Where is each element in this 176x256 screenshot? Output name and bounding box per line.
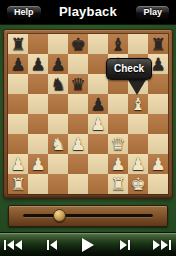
square-d8: ♚ <box>68 34 88 54</box>
square-b8 <box>28 34 48 54</box>
square-c6: ♞ <box>48 74 68 94</box>
square-d3: ♟ <box>68 134 88 154</box>
black-rook-h8: ♜ <box>150 34 165 54</box>
square-e1 <box>88 174 108 194</box>
square-h4 <box>148 114 168 134</box>
white-rook-a1: ♜ <box>10 174 25 194</box>
play-icon <box>82 238 94 252</box>
square-f3: ♛ <box>108 134 128 154</box>
square-e5: ♟ <box>88 94 108 114</box>
square-g3 <box>128 134 148 154</box>
square-a4 <box>8 114 28 134</box>
square-e3 <box>88 134 108 154</box>
square-d7 <box>68 54 88 74</box>
square-a5 <box>8 94 28 114</box>
black-pawn-e5: ♟ <box>90 94 105 114</box>
black-pawn-c7: ♟ <box>50 54 65 74</box>
black-knight-c6: ♞ <box>50 74 65 94</box>
white-pawn-e4: ♟ <box>90 114 105 134</box>
black-pawn-h7: ♟ <box>150 54 165 74</box>
square-c2 <box>48 154 68 174</box>
square-g2: ♟ <box>128 154 148 174</box>
skip-to-start-button[interactable] <box>2 233 24 256</box>
square-f1: ♜ <box>108 174 128 194</box>
square-g5: ♝ <box>128 94 148 114</box>
square-a3 <box>8 134 28 154</box>
black-rook-a8: ♜ <box>10 34 25 54</box>
square-b1 <box>28 174 48 194</box>
square-e8 <box>88 34 108 54</box>
white-king-g1: ♚ <box>130 174 145 194</box>
chess-board-frame: ♜♚♝♜♟♟♟♟♟♟♞♛♟♝♟♞♟♛♟♟♟♟♟♜♜♚ <box>4 30 172 198</box>
square-d2 <box>68 154 88 174</box>
square-a1: ♜ <box>8 174 28 194</box>
square-b2: ♟ <box>28 154 48 174</box>
square-h8: ♜ <box>148 34 168 54</box>
square-d1 <box>68 174 88 194</box>
square-g4 <box>128 114 148 134</box>
square-b7: ♟ <box>28 54 48 74</box>
white-rook-f1: ♜ <box>110 174 125 194</box>
black-queen-d6: ♛ <box>70 74 85 94</box>
playback-toolbar <box>0 232 176 256</box>
black-pawn-a7: ♟ <box>10 54 25 74</box>
square-c4 <box>48 114 68 134</box>
square-c7: ♟ <box>48 54 68 74</box>
square-f8: ♝ <box>108 34 128 54</box>
square-b4 <box>28 114 48 134</box>
step-back-icon <box>47 240 57 250</box>
step-forward-button[interactable] <box>114 233 136 256</box>
square-e2 <box>88 154 108 174</box>
skip-to-end-icon <box>153 240 171 250</box>
white-pawn-g2: ♟ <box>130 154 145 174</box>
slider-knob[interactable] <box>53 209 66 222</box>
white-pawn-b2: ♟ <box>30 154 45 174</box>
play-pause-button[interactable] <box>77 233 99 256</box>
square-e6 <box>88 74 108 94</box>
square-c3: ♞ <box>48 134 68 154</box>
square-a7: ♟ <box>8 54 28 74</box>
square-h1 <box>148 174 168 194</box>
square-b3 <box>28 134 48 154</box>
white-pawn-f2: ♟ <box>110 154 125 174</box>
white-bishop-g5: ♝ <box>130 94 145 114</box>
navbar: Playback Help Play <box>0 0 176 25</box>
square-e7 <box>88 54 108 74</box>
white-queen-f3: ♛ <box>110 134 125 154</box>
square-a8: ♜ <box>8 34 28 54</box>
black-bishop-f8: ♝ <box>110 34 125 54</box>
play-button[interactable]: Play <box>135 5 170 20</box>
skip-to-start-icon <box>4 240 22 250</box>
app-window: Playback Help Play ♜♚♝♜♟♟♟♟♟♟♞♛♟♝♟♞♟♛♟♟♟… <box>0 0 176 256</box>
white-pawn-d3: ♟ <box>70 134 85 154</box>
check-tooltip-arrow-icon <box>127 78 147 95</box>
square-h3 <box>148 134 168 154</box>
square-c5 <box>48 94 68 114</box>
square-d6: ♛ <box>68 74 88 94</box>
step-forward-icon <box>120 240 130 250</box>
square-b5 <box>28 94 48 114</box>
square-c1 <box>48 174 68 194</box>
black-pawn-b7: ♟ <box>30 54 45 74</box>
square-h2: ♟ <box>148 154 168 174</box>
black-king-d8: ♚ <box>70 34 85 54</box>
square-e4: ♟ <box>88 114 108 134</box>
skip-to-end-button[interactable] <box>151 233 173 256</box>
white-pawn-a2: ♟ <box>10 154 25 174</box>
square-c8 <box>48 34 68 54</box>
square-h5 <box>148 94 168 114</box>
square-d5 <box>68 94 88 114</box>
square-d4 <box>68 114 88 134</box>
square-b6 <box>28 74 48 94</box>
white-pawn-h2: ♟ <box>150 154 165 174</box>
step-back-button[interactable] <box>41 233 63 256</box>
square-g1: ♚ <box>128 174 148 194</box>
square-f5 <box>108 94 128 114</box>
help-button[interactable]: Help <box>6 5 42 20</box>
square-f4 <box>108 114 128 134</box>
square-g8 <box>128 34 148 54</box>
move-slider <box>8 205 168 227</box>
check-tooltip: Check <box>106 58 152 80</box>
square-a2: ♟ <box>8 154 28 174</box>
square-a6 <box>8 74 28 94</box>
square-f2: ♟ <box>108 154 128 174</box>
slider-track[interactable] <box>23 214 153 218</box>
white-knight-c3: ♞ <box>50 134 65 154</box>
